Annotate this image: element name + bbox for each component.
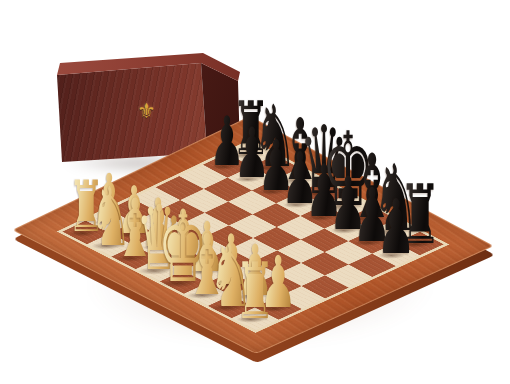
chess-set-photo: ⚜ ♜♞♝♛♚♝♞♜♟♟♟♟♟♟♟♟♟♟♟♟♟♟♟♟♜♞♝♛♚♝♞♜ — [0, 0, 510, 384]
box-clasp-icon: ⚜ — [137, 101, 156, 122]
